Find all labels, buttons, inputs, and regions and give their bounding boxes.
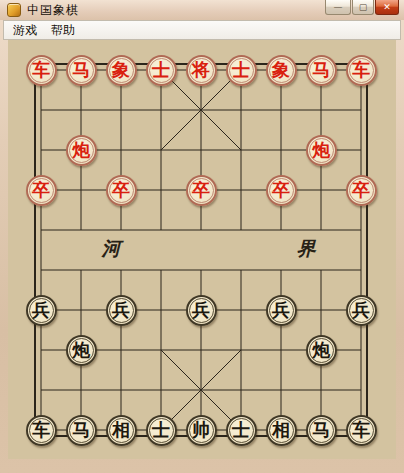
- maximize-button[interactable]: ▢: [352, 0, 374, 15]
- minimize-button[interactable]: —: [325, 0, 351, 15]
- piece-black-兵-f1r7[interactable]: 兵: [26, 295, 57, 326]
- piece-black-兵-f7r7[interactable]: 兵: [266, 295, 297, 326]
- piece-black-相-f3r10[interactable]: 相: [106, 415, 137, 446]
- piece-red-士-f6r1[interactable]: 士: [226, 55, 257, 86]
- piece-red-卒-f7r4[interactable]: 卒: [266, 175, 297, 206]
- piece-red-炮-f8r3[interactable]: 炮: [306, 135, 337, 166]
- piece-red-卒-f9r4[interactable]: 卒: [346, 175, 377, 206]
- river-label-right: 界: [297, 236, 316, 262]
- piece-black-车-f9r10[interactable]: 车: [346, 415, 377, 446]
- menu-bar: 游戏 帮助: [3, 20, 401, 40]
- river-label-left: 河: [102, 236, 121, 262]
- piece-red-士-f4r1[interactable]: 士: [146, 55, 177, 86]
- menu-item-help[interactable]: 帮助: [44, 20, 82, 41]
- app-icon: [7, 3, 21, 17]
- menu-item-game[interactable]: 游戏: [6, 20, 44, 41]
- piece-black-士-f4r10[interactable]: 士: [146, 415, 177, 446]
- piece-red-车-f9r1[interactable]: 车: [346, 55, 377, 86]
- piece-black-兵-f9r7[interactable]: 兵: [346, 295, 377, 326]
- piece-red-象-f3r1[interactable]: 象: [106, 55, 137, 86]
- title-bar[interactable]: 中国象棋 — ▢ ✕: [0, 0, 404, 20]
- xiangqi-board[interactable]: 河 界 车马象士将士象马车炮炮卒卒卒卒卒兵兵兵兵兵炮炮车马相士帅士相马车: [8, 40, 396, 459]
- piece-black-兵-f5r7[interactable]: 兵: [186, 295, 217, 326]
- piece-black-相-f7r10[interactable]: 相: [266, 415, 297, 446]
- piece-black-兵-f3r7[interactable]: 兵: [106, 295, 137, 326]
- piece-black-炮-f2r8[interactable]: 炮: [66, 335, 97, 366]
- piece-black-马-f2r10[interactable]: 马: [66, 415, 97, 446]
- piece-red-马-f2r1[interactable]: 马: [66, 55, 97, 86]
- piece-red-卒-f3r4[interactable]: 卒: [106, 175, 137, 206]
- app-window: 中国象棋 — ▢ ✕ 游戏 帮助 河 界 车马象士将: [0, 0, 404, 473]
- close-button[interactable]: ✕: [375, 0, 399, 15]
- piece-red-将-f5r1[interactable]: 将: [186, 55, 217, 86]
- piece-red-马-f8r1[interactable]: 马: [306, 55, 337, 86]
- piece-red-炮-f2r3[interactable]: 炮: [66, 135, 97, 166]
- piece-red-卒-f1r4[interactable]: 卒: [26, 175, 57, 206]
- piece-red-象-f7r1[interactable]: 象: [266, 55, 297, 86]
- piece-black-帅-f5r10[interactable]: 帅: [186, 415, 217, 446]
- piece-black-车-f1r10[interactable]: 车: [26, 415, 57, 446]
- piece-black-炮-f8r8[interactable]: 炮: [306, 335, 337, 366]
- window-title: 中国象棋: [27, 2, 79, 19]
- piece-black-士-f6r10[interactable]: 士: [226, 415, 257, 446]
- piece-black-马-f8r10[interactable]: 马: [306, 415, 337, 446]
- caption-buttons: — ▢ ✕: [324, 0, 399, 15]
- board-grid: [8, 40, 396, 459]
- piece-red-卒-f5r4[interactable]: 卒: [186, 175, 217, 206]
- piece-red-车-f1r1[interactable]: 车: [26, 55, 57, 86]
